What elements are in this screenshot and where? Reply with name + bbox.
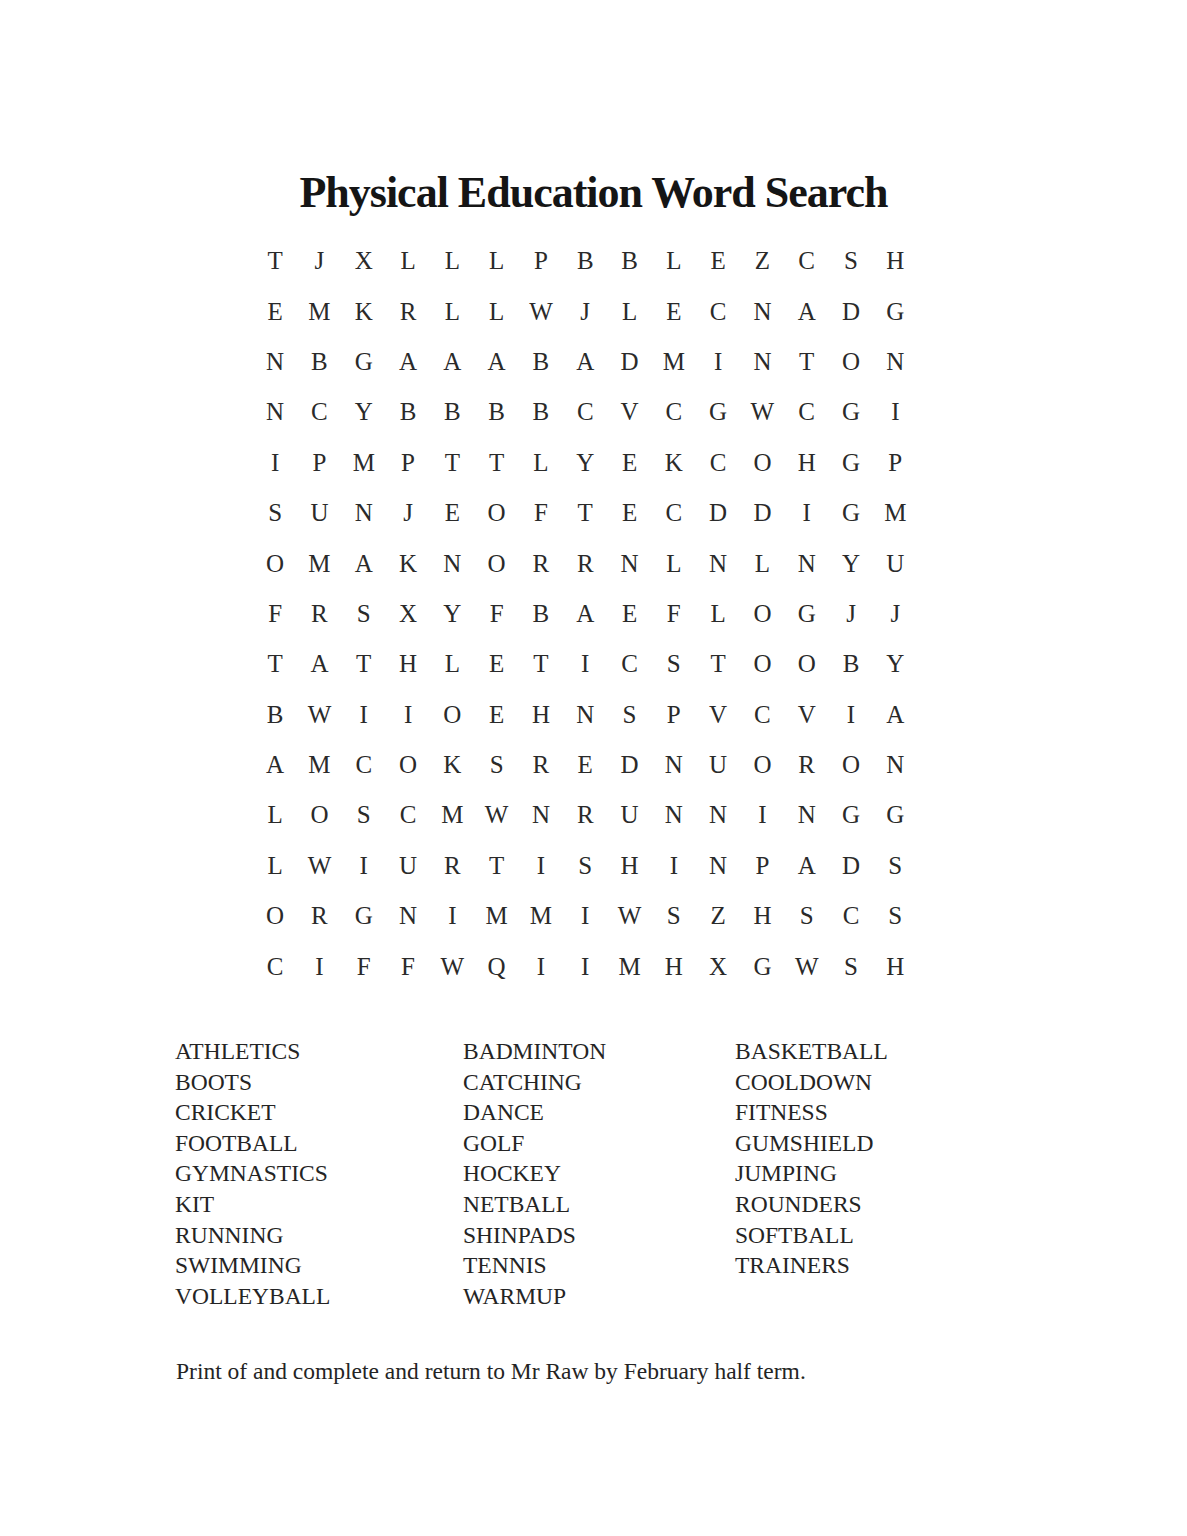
grid-cell: R	[563, 790, 607, 840]
grid-cell: J	[297, 236, 341, 286]
grid-cell: M	[873, 488, 917, 538]
grid-cell: C	[652, 387, 696, 437]
grid-cell: N	[386, 891, 430, 941]
word-list-item: SOFTBALL	[735, 1220, 888, 1251]
grid-cell: G	[696, 387, 740, 437]
word-list-item: VOLLEYBALL	[175, 1281, 463, 1312]
grid-cell: I	[253, 438, 297, 488]
grid-cell: A	[785, 286, 829, 336]
grid-cell: W	[519, 286, 563, 336]
grid-cell: I	[873, 387, 917, 437]
grid-cell: R	[297, 891, 341, 941]
grid-cell: G	[829, 387, 873, 437]
grid-cell: N	[519, 790, 563, 840]
word-list-item: CATCHING	[463, 1067, 735, 1098]
grid-cell: O	[474, 538, 518, 588]
grid-cell: H	[652, 941, 696, 991]
grid-cell: N	[652, 790, 696, 840]
grid-cell: Y	[342, 387, 386, 437]
grid-cell: N	[740, 286, 784, 336]
instructions-text: Print of and complete and return to Mr R…	[176, 1358, 806, 1385]
grid-cell: N	[253, 387, 297, 437]
grid-cell: N	[873, 337, 917, 387]
grid-cell: B	[386, 387, 430, 437]
grid-cell: U	[607, 790, 651, 840]
grid-cell: V	[607, 387, 651, 437]
grid-cell: U	[297, 488, 341, 538]
word-list-item: NETBALL	[463, 1189, 735, 1220]
grid-cell: K	[342, 286, 386, 336]
grid-cell: E	[607, 438, 651, 488]
grid-cell: W	[607, 891, 651, 941]
grid-cell: Y	[829, 538, 873, 588]
grid-cell: G	[785, 589, 829, 639]
grid-cell: E	[607, 589, 651, 639]
grid-cell: D	[696, 488, 740, 538]
page-title: Physical Education Word Search	[0, 167, 1187, 218]
grid-cell: R	[430, 841, 474, 891]
grid-cell: S	[563, 841, 607, 891]
grid-cell: M	[297, 538, 341, 588]
grid-cell: L	[607, 286, 651, 336]
word-list-item: GOLF	[463, 1128, 735, 1159]
grid-cell: S	[829, 236, 873, 286]
grid-cell: Z	[696, 891, 740, 941]
grid-cell: Y	[563, 438, 607, 488]
grid-cell: N	[873, 740, 917, 790]
grid-cell: D	[607, 740, 651, 790]
grid-cell: C	[386, 790, 430, 840]
word-list-item: GUMSHIELD	[735, 1128, 888, 1159]
grid-cell: P	[519, 236, 563, 286]
grid-cell: N	[785, 538, 829, 588]
grid-cell: F	[342, 941, 386, 991]
grid-cell: A	[386, 337, 430, 387]
grid-cell: O	[474, 488, 518, 538]
grid-cell: F	[519, 488, 563, 538]
grid-cell: L	[519, 438, 563, 488]
grid-cell: N	[696, 841, 740, 891]
grid-cell: C	[696, 438, 740, 488]
word-list-item: TRAINERS	[735, 1250, 888, 1281]
word-list-item: FOOTBALL	[175, 1128, 463, 1159]
grid-cell: B	[519, 387, 563, 437]
grid-cell: E	[652, 286, 696, 336]
grid-cell: W	[785, 941, 829, 991]
grid-cell: I	[386, 690, 430, 740]
word-list-item: HOCKEY	[463, 1158, 735, 1189]
grid-cell: O	[740, 639, 784, 689]
grid-cell: O	[829, 740, 873, 790]
word-list-item: KIT	[175, 1189, 463, 1220]
grid-cell: M	[474, 891, 518, 941]
grid-cell: M	[342, 438, 386, 488]
grid-cell: C	[563, 387, 607, 437]
grid-cell: P	[740, 841, 784, 891]
grid-cell: X	[342, 236, 386, 286]
grid-cell: E	[696, 236, 740, 286]
grid-cell: G	[342, 891, 386, 941]
grid-cell: B	[253, 690, 297, 740]
grid-cell: L	[430, 236, 474, 286]
grid-cell: L	[253, 841, 297, 891]
word-list-item: SHINPADS	[463, 1220, 735, 1251]
grid-cell: C	[607, 639, 651, 689]
grid-cell: P	[873, 438, 917, 488]
word-list-item: CRICKET	[175, 1097, 463, 1128]
grid-cell: C	[785, 387, 829, 437]
grid-cell: G	[740, 941, 784, 991]
grid-cell: L	[652, 236, 696, 286]
grid-cell: R	[519, 538, 563, 588]
word-list-item: SWIMMING	[175, 1250, 463, 1281]
word-list-item: JUMPING	[735, 1158, 888, 1189]
grid-cell: D	[740, 488, 784, 538]
grid-cell: M	[297, 286, 341, 336]
grid-cell: I	[342, 690, 386, 740]
grid-cell: N	[785, 790, 829, 840]
grid-cell: A	[430, 337, 474, 387]
grid-cell: C	[696, 286, 740, 336]
grid-cell: O	[430, 690, 474, 740]
grid-cell: A	[873, 690, 917, 740]
grid-cell: I	[785, 488, 829, 538]
grid-cell: C	[829, 891, 873, 941]
grid-cell: S	[785, 891, 829, 941]
grid-cell: L	[740, 538, 784, 588]
grid-cell: K	[430, 740, 474, 790]
grid-cell: N	[253, 337, 297, 387]
grid-cell: U	[873, 538, 917, 588]
grid-cell: X	[386, 589, 430, 639]
grid-cell: F	[253, 589, 297, 639]
grid-cell: N	[607, 538, 651, 588]
grid-cell: S	[474, 740, 518, 790]
grid-cell: R	[785, 740, 829, 790]
word-list-item: WARMUP	[463, 1281, 735, 1312]
grid-cell: T	[785, 337, 829, 387]
grid-cell: U	[386, 841, 430, 891]
word-list-item: RUNNING	[175, 1220, 463, 1251]
grid-cell: J	[386, 488, 430, 538]
grid-cell: T	[342, 639, 386, 689]
grid-cell: K	[652, 438, 696, 488]
grid-cell: E	[607, 488, 651, 538]
grid-cell: H	[386, 639, 430, 689]
grid-cell: B	[607, 236, 651, 286]
grid-cell: G	[342, 337, 386, 387]
grid-cell: R	[519, 740, 563, 790]
grid-cell: S	[607, 690, 651, 740]
grid-cell: S	[342, 790, 386, 840]
grid-cell: H	[607, 841, 651, 891]
grid-cell: W	[740, 387, 784, 437]
grid-cell: C	[342, 740, 386, 790]
grid-cell: E	[253, 286, 297, 336]
word-list-item: ATHLETICS	[175, 1036, 463, 1067]
grid-cell: O	[740, 589, 784, 639]
grid-cell: A	[563, 337, 607, 387]
grid-cell: D	[829, 286, 873, 336]
grid-cell: S	[652, 891, 696, 941]
grid-cell: H	[740, 891, 784, 941]
word-list-item: BOOTS	[175, 1067, 463, 1098]
grid-cell: A	[342, 538, 386, 588]
grid-cell: H	[873, 941, 917, 991]
grid-cell: E	[474, 639, 518, 689]
grid-cell: S	[829, 941, 873, 991]
grid-cell: A	[785, 841, 829, 891]
grid-cell: T	[474, 841, 518, 891]
grid-cell: R	[563, 538, 607, 588]
grid-cell: B	[474, 387, 518, 437]
grid-cell: R	[386, 286, 430, 336]
grid-cell: D	[829, 841, 873, 891]
grid-cell: Y	[873, 639, 917, 689]
grid-cell: M	[519, 891, 563, 941]
grid-cell: L	[253, 790, 297, 840]
grid-cell: N	[430, 538, 474, 588]
grid-cell: F	[474, 589, 518, 639]
word-list-item: BADMINTON	[463, 1036, 735, 1067]
grid-cell: D	[607, 337, 651, 387]
word-list-item: BASKETBALL	[735, 1036, 888, 1067]
grid-cell: I	[829, 690, 873, 740]
word-list-item: DANCE	[463, 1097, 735, 1128]
grid-cell: L	[430, 286, 474, 336]
grid-cell: B	[563, 236, 607, 286]
grid-cell: O	[253, 538, 297, 588]
grid-cell: L	[652, 538, 696, 588]
grid-cell: O	[740, 438, 784, 488]
worksheet-page: Physical Education Word Search TJXLLLPBB…	[0, 0, 1187, 1536]
grid-cell: A	[474, 337, 518, 387]
grid-cell: V	[785, 690, 829, 740]
grid-cell: J	[829, 589, 873, 639]
grid-cell: G	[873, 286, 917, 336]
grid-cell: S	[253, 488, 297, 538]
grid-cell: G	[873, 790, 917, 840]
grid-cell: E	[474, 690, 518, 740]
grid-cell: W	[297, 841, 341, 891]
grid-cell: Y	[430, 589, 474, 639]
grid-cell: F	[386, 941, 430, 991]
grid-cell: W	[474, 790, 518, 840]
grid-cell: N	[696, 538, 740, 588]
grid-cell: I	[519, 941, 563, 991]
grid-cell: I	[519, 841, 563, 891]
grid-cell: I	[297, 941, 341, 991]
grid-cell: F	[652, 589, 696, 639]
grid-cell: M	[430, 790, 474, 840]
grid-cell: G	[829, 438, 873, 488]
grid-cell: C	[785, 236, 829, 286]
word-search-grid: TJXLLLPBBLEZCSHEMKRLLWJLECNADGNBGAAABADM…	[253, 236, 917, 992]
grid-cell: O	[386, 740, 430, 790]
grid-cell: A	[297, 639, 341, 689]
grid-cell: T	[696, 639, 740, 689]
grid-cell: M	[297, 740, 341, 790]
grid-cell: C	[297, 387, 341, 437]
grid-cell: J	[873, 589, 917, 639]
grid-cell: Q	[474, 941, 518, 991]
grid-cell: I	[696, 337, 740, 387]
grid-cell: L	[386, 236, 430, 286]
grid-cell: M	[652, 337, 696, 387]
grid-cell: L	[696, 589, 740, 639]
grid-cell: E	[430, 488, 474, 538]
grid-cell: L	[430, 639, 474, 689]
grid-cell: P	[297, 438, 341, 488]
grid-cell: W	[430, 941, 474, 991]
grid-cell: T	[253, 236, 297, 286]
grid-cell: S	[873, 841, 917, 891]
grid-cell: H	[519, 690, 563, 740]
grid-cell: O	[785, 639, 829, 689]
word-column-2: BADMINTONCATCHINGDANCEGOLFHOCKEYNETBALLS…	[463, 1036, 735, 1311]
grid-cell: S	[652, 639, 696, 689]
grid-cell: P	[652, 690, 696, 740]
grid-cell: B	[519, 337, 563, 387]
grid-cell: A	[563, 589, 607, 639]
grid-cell: E	[563, 740, 607, 790]
grid-cell: A	[253, 740, 297, 790]
grid-cell: I	[563, 639, 607, 689]
grid-cell: T	[253, 639, 297, 689]
grid-cell: T	[563, 488, 607, 538]
grid-cell: I	[342, 841, 386, 891]
grid-cell: B	[519, 589, 563, 639]
word-list-item: COOLDOWN	[735, 1067, 888, 1098]
grid-cell: N	[563, 690, 607, 740]
grid-cell: P	[386, 438, 430, 488]
word-column-1: ATHLETICSBOOTSCRICKETFOOTBALLGYMNASTICSK…	[175, 1036, 463, 1311]
grid-cell: O	[740, 740, 784, 790]
grid-cell: C	[652, 488, 696, 538]
grid-cell: I	[430, 891, 474, 941]
grid-cell: C	[740, 690, 784, 740]
word-list: ATHLETICSBOOTSCRICKETFOOTBALLGYMNASTICSK…	[175, 1036, 888, 1311]
grid-cell: S	[342, 589, 386, 639]
grid-cell: X	[696, 941, 740, 991]
grid-cell: O	[253, 891, 297, 941]
grid-cell: B	[829, 639, 873, 689]
grid-cell: B	[430, 387, 474, 437]
word-list-item: GYMNASTICS	[175, 1158, 463, 1189]
grid-cell: R	[297, 589, 341, 639]
grid-cell: Z	[740, 236, 784, 286]
word-list-item: FITNESS	[735, 1097, 888, 1128]
word-list-item: TENNIS	[463, 1250, 735, 1281]
grid-cell: H	[873, 236, 917, 286]
grid-cell: B	[297, 337, 341, 387]
grid-cell: N	[740, 337, 784, 387]
grid-cell: L	[474, 286, 518, 336]
grid-cell: G	[829, 488, 873, 538]
grid-cell: O	[297, 790, 341, 840]
grid-cell: T	[474, 438, 518, 488]
grid-cell: M	[607, 941, 651, 991]
grid-cell: S	[873, 891, 917, 941]
grid-cell: W	[297, 690, 341, 740]
grid-cell: I	[563, 941, 607, 991]
grid-cell: I	[563, 891, 607, 941]
grid-cell: N	[696, 790, 740, 840]
word-list-item: ROUNDERS	[735, 1189, 888, 1220]
grid-cell: U	[696, 740, 740, 790]
grid-cell: N	[652, 740, 696, 790]
grid-cell: J	[563, 286, 607, 336]
grid-cell: I	[652, 841, 696, 891]
grid-cell: O	[829, 337, 873, 387]
grid-cell: C	[253, 941, 297, 991]
grid-cell: G	[829, 790, 873, 840]
grid-cell: L	[474, 236, 518, 286]
grid-cell: V	[696, 690, 740, 740]
grid-cell: T	[430, 438, 474, 488]
grid-cell: K	[386, 538, 430, 588]
grid-cell: I	[740, 790, 784, 840]
grid-cell: N	[342, 488, 386, 538]
grid-cell: T	[519, 639, 563, 689]
grid-cell: H	[785, 438, 829, 488]
word-column-3: BASKETBALLCOOLDOWNFITNESSGUMSHIELDJUMPIN…	[735, 1036, 888, 1281]
